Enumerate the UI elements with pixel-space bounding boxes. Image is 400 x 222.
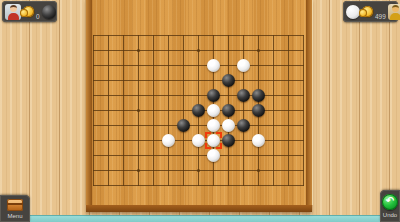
black-stone [252, 89, 265, 102]
white-stone [192, 134, 205, 147]
avatar-body [8, 13, 19, 20]
white-stone [207, 59, 220, 72]
white-stone [207, 104, 220, 117]
white-player-avatar-icon [388, 4, 400, 20]
board-left-edge [86, 0, 92, 205]
star-point [137, 109, 140, 112]
star-point [197, 169, 200, 172]
avatar-head [10, 5, 17, 12]
star-point [257, 169, 260, 172]
black-stone [237, 119, 250, 132]
star-point [257, 49, 260, 52]
black-stone [177, 119, 190, 132]
undo-button[interactable]: ↶ Undo [380, 190, 400, 222]
black-player-panel: 0 [2, 1, 57, 22]
avatar-body [390, 13, 400, 20]
menu-button[interactable]: Menu [0, 195, 30, 222]
coins-icon [362, 6, 373, 17]
chest-icon [7, 199, 23, 211]
gomoku-app: 0 499 Menu ↶ Undo [0, 0, 400, 222]
board-right-edge [306, 0, 312, 205]
board-grid[interactable] [93, 35, 304, 186]
black-stone [207, 89, 220, 102]
marker-corner [216, 132, 222, 138]
white-stone [207, 119, 220, 132]
coins-icon [23, 6, 34, 17]
black-stone [237, 89, 250, 102]
marker-corner [216, 143, 222, 149]
star-point [197, 49, 200, 52]
white-stone-icon [346, 5, 360, 19]
undo-arrow-icon: ↶ [382, 194, 398, 210]
chest-lid [7, 203, 23, 205]
undo-button-label: Undo [383, 212, 397, 218]
white-stone [207, 149, 220, 162]
black-stone [222, 134, 235, 147]
menu-button-label: Menu [7, 213, 22, 219]
white-coin-count: 499 [375, 13, 386, 20]
marker-corner [205, 143, 211, 149]
black-coin-count: 0 [36, 13, 40, 20]
black-player-avatar-icon [5, 4, 21, 20]
black-stone [222, 104, 235, 117]
white-stone [222, 119, 235, 132]
white-stone [237, 59, 250, 72]
black-stone [192, 104, 205, 117]
marker-corner [205, 132, 211, 138]
black-stone [222, 74, 235, 87]
star-point [137, 49, 140, 52]
undo-arrow-glyph: ↶ [386, 196, 394, 206]
white-stone [162, 134, 175, 147]
white-player-panel: 499 [343, 1, 398, 22]
board-bottom-edge [86, 205, 312, 212]
bottom-bar [0, 215, 400, 222]
black-stone [252, 104, 265, 117]
star-point [137, 169, 140, 172]
black-stone-icon [42, 5, 56, 19]
white-stone [252, 134, 265, 147]
last-move-marker [206, 133, 221, 148]
avatar-head [392, 5, 399, 12]
goban-board[interactable] [86, 0, 312, 212]
